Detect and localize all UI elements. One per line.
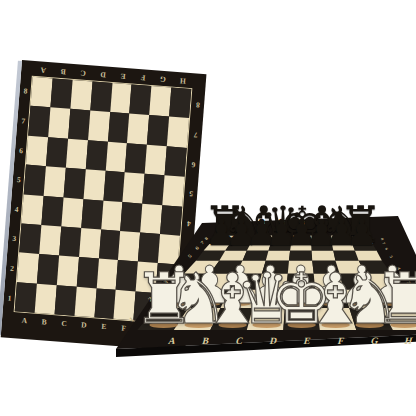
- piece-white-knight-b1: ♞: [167, 264, 230, 334]
- chess-set-product-photo: AABBCCDDEEFFGGHH1122334455667788 ABCDEFG…: [0, 0, 416, 416]
- piece-black-pawn-d7: ♟: [265, 215, 297, 251]
- piece-black-bishop-c8: ♝: [241, 199, 286, 249]
- piece-white-knight-g1: ♞: [339, 264, 402, 334]
- piece-black-knight-b8: ♞: [222, 199, 267, 249]
- piece-white-pawn-b2: ♟: [186, 259, 233, 311]
- piece-white-king-e1: ♚: [270, 264, 333, 334]
- piece-black-king-e8: ♚: [280, 199, 325, 249]
- piece-white-pawn-e2: ♟: [278, 259, 325, 311]
- piece-black-bishop-f8: ♝: [299, 199, 344, 249]
- piece-white-pawn-f2: ♟: [308, 259, 355, 311]
- piece-black-rook-h8: ♜: [338, 199, 383, 249]
- piece-white-rook-h1: ♜: [373, 264, 416, 334]
- piece-black-rook-a8: ♜: [202, 199, 247, 249]
- piece-black-pawn-b7: ♟: [225, 215, 257, 251]
- piece-white-pawn-h2: ♟: [369, 259, 416, 311]
- piece-white-pawn-a2: ♟: [156, 259, 203, 311]
- piece-white-pawn-c2: ♟: [217, 259, 264, 311]
- piece-black-queen-d8: ♛: [260, 199, 305, 249]
- piece-black-pawn-c7: ♟: [245, 215, 277, 251]
- piece-white-pawn-g2: ♟: [338, 259, 385, 311]
- piece-white-bishop-c1: ♝: [201, 264, 264, 334]
- piece-white-queen-d1: ♛: [236, 264, 299, 334]
- piece-white-bishop-f1: ♝: [304, 264, 367, 334]
- piece-black-pawn-f7: ♟: [306, 215, 338, 251]
- piece-black-knight-g8: ♞: [319, 199, 364, 249]
- piece-black-pawn-h7: ♟: [346, 215, 378, 251]
- piece-white-rook-a1: ♜: [132, 264, 195, 334]
- piece-black-pawn-g7: ♟: [326, 215, 358, 251]
- piece-black-pawn-a7: ♟: [205, 215, 237, 251]
- piece-black-pawn-e7: ♟: [285, 215, 317, 251]
- pieces-layer: ♜♞♝♛♚♝♞♜♟♟♟♟♟♟♟♟♟♟♟♟♟♟♟♟♜♞♝♛♚♝♞♜: [0, 0, 416, 416]
- piece-white-pawn-d2: ♟: [247, 259, 294, 311]
